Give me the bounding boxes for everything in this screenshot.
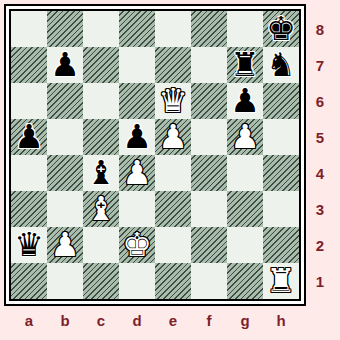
square-d2[interactable]: ♚ [119, 227, 155, 263]
black-knight-h7: ♞ [266, 47, 296, 83]
square-d5[interactable]: ♟ [119, 119, 155, 155]
board-frame: ♚♟♜♞♛♟♟♟♟♟♝♟♝♛♟♚♜ [4, 4, 306, 306]
square-g2[interactable] [227, 227, 263, 263]
square-d1[interactable] [119, 263, 155, 299]
square-b4[interactable] [47, 155, 83, 191]
square-a1[interactable] [11, 263, 47, 299]
white-pawn-g5: ♟ [230, 119, 260, 155]
square-e4[interactable] [155, 155, 191, 191]
square-e7[interactable] [155, 47, 191, 83]
square-d8[interactable] [119, 11, 155, 47]
square-h6[interactable] [263, 83, 299, 119]
white-king-d2: ♚ [122, 227, 152, 263]
white-pawn-e5: ♟ [158, 119, 188, 155]
rank-label-4: 4 [304, 155, 336, 191]
black-queen-a2: ♛ [14, 227, 44, 263]
square-f8[interactable] [191, 11, 227, 47]
square-c5[interactable] [83, 119, 119, 155]
square-h7[interactable]: ♞ [263, 47, 299, 83]
rank-label-1: 1 [304, 263, 336, 299]
rank-label-2: 2 [304, 227, 336, 263]
file-label-e: e [155, 305, 191, 335]
square-a3[interactable] [11, 191, 47, 227]
square-e6[interactable]: ♛ [155, 83, 191, 119]
square-d3[interactable] [119, 191, 155, 227]
square-a7[interactable] [11, 47, 47, 83]
black-pawn-g6: ♟ [230, 83, 260, 119]
square-a8[interactable] [11, 11, 47, 47]
square-b3[interactable] [47, 191, 83, 227]
rank-label-8: 8 [304, 11, 336, 47]
rank-label-5: 5 [304, 119, 336, 155]
square-c3[interactable]: ♝ [83, 191, 119, 227]
square-e3[interactable] [155, 191, 191, 227]
square-h4[interactable] [263, 155, 299, 191]
square-e8[interactable] [155, 11, 191, 47]
file-label-h: h [263, 305, 299, 335]
file-label-c: c [83, 305, 119, 335]
white-bishop-c3: ♝ [86, 191, 116, 227]
square-f5[interactable] [191, 119, 227, 155]
rank-label-3: 3 [304, 191, 336, 227]
square-c7[interactable] [83, 47, 119, 83]
square-b2[interactable]: ♟ [47, 227, 83, 263]
black-pawn-d5: ♟ [122, 119, 152, 155]
square-f6[interactable] [191, 83, 227, 119]
rank-labels: 87654321 [304, 11, 336, 299]
chess-board: ♚♟♜♞♛♟♟♟♟♟♝♟♝♛♟♚♜ [11, 11, 299, 299]
square-d7[interactable] [119, 47, 155, 83]
black-pawn-a5: ♟ [14, 119, 44, 155]
square-c1[interactable] [83, 263, 119, 299]
file-label-d: d [119, 305, 155, 335]
square-e1[interactable] [155, 263, 191, 299]
square-a2[interactable]: ♛ [11, 227, 47, 263]
board-inner-frame: ♚♟♜♞♛♟♟♟♟♟♝♟♝♛♟♚♜ [9, 9, 301, 301]
square-h2[interactable] [263, 227, 299, 263]
square-c8[interactable] [83, 11, 119, 47]
square-b1[interactable] [47, 263, 83, 299]
chess-diagram: ♚♟♜♞♛♟♟♟♟♟♝♟♝♛♟♚♜ 87654321 abcdefgh [0, 0, 340, 340]
black-bishop-c4: ♝ [86, 155, 116, 191]
square-e5[interactable]: ♟ [155, 119, 191, 155]
white-pawn-d4: ♟ [122, 155, 152, 191]
black-rook-g7: ♜ [230, 47, 260, 83]
square-h1[interactable]: ♜ [263, 263, 299, 299]
square-h5[interactable] [263, 119, 299, 155]
square-f1[interactable] [191, 263, 227, 299]
square-d4[interactable]: ♟ [119, 155, 155, 191]
square-b7[interactable]: ♟ [47, 47, 83, 83]
square-g5[interactable]: ♟ [227, 119, 263, 155]
square-f4[interactable] [191, 155, 227, 191]
square-g3[interactable] [227, 191, 263, 227]
black-pawn-b7: ♟ [50, 47, 80, 83]
white-rook-h1: ♜ [266, 263, 296, 299]
white-pawn-b2: ♟ [50, 227, 80, 263]
square-d6[interactable] [119, 83, 155, 119]
square-b6[interactable] [47, 83, 83, 119]
square-f7[interactable] [191, 47, 227, 83]
square-b8[interactable] [47, 11, 83, 47]
square-h3[interactable] [263, 191, 299, 227]
square-g7[interactable]: ♜ [227, 47, 263, 83]
square-a4[interactable] [11, 155, 47, 191]
square-a6[interactable] [11, 83, 47, 119]
square-g1[interactable] [227, 263, 263, 299]
file-label-f: f [191, 305, 227, 335]
file-label-g: g [227, 305, 263, 335]
square-c4[interactable]: ♝ [83, 155, 119, 191]
file-label-b: b [47, 305, 83, 335]
square-g4[interactable] [227, 155, 263, 191]
file-label-a: a [11, 305, 47, 335]
square-f3[interactable] [191, 191, 227, 227]
black-king-h8: ♚ [266, 11, 296, 47]
square-h8[interactable]: ♚ [263, 11, 299, 47]
square-f2[interactable] [191, 227, 227, 263]
white-queen-e6: ♛ [158, 83, 188, 119]
square-b5[interactable] [47, 119, 83, 155]
square-c2[interactable] [83, 227, 119, 263]
square-c6[interactable] [83, 83, 119, 119]
rank-label-6: 6 [304, 83, 336, 119]
square-g6[interactable]: ♟ [227, 83, 263, 119]
square-e2[interactable] [155, 227, 191, 263]
file-labels: abcdefgh [11, 305, 299, 335]
rank-label-7: 7 [304, 47, 336, 83]
square-a5[interactable]: ♟ [11, 119, 47, 155]
square-g8[interactable] [227, 11, 263, 47]
